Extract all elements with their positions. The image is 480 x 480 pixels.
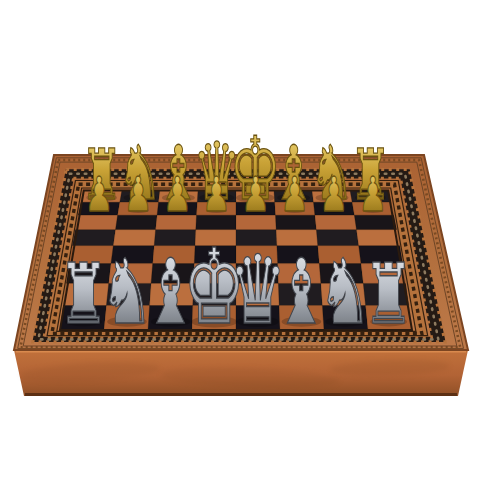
piece-black-pawn-e7[interactable]: ♟ <box>241 167 270 223</box>
piece-glyph: ♟ <box>319 167 348 223</box>
piece-black-pawn-h7[interactable]: ♟ <box>359 167 388 223</box>
piece-black-pawn-b7[interactable]: ♟ <box>124 167 153 223</box>
piece-glyph: ♟ <box>202 167 231 223</box>
piece-white-rook-h1[interactable]: ♜ <box>364 245 414 343</box>
piece-glyph: ♟ <box>124 167 153 223</box>
piece-black-pawn-a7[interactable]: ♟ <box>85 167 114 223</box>
piece-glyph: ♟ <box>359 167 388 223</box>
piece-glyph: ♟ <box>85 167 114 223</box>
chess-set-photo: ♜♞♝♛♚♝♞♜♟♟♟♟♟♟♟♟♜♞♝♚♛♝♞♜ <box>0 0 480 480</box>
piece-glyph: ♟ <box>241 167 270 223</box>
chess-scene: ♜♞♝♛♚♝♞♜♟♟♟♟♟♟♟♟♜♞♝♚♛♝♞♜ <box>0 0 480 480</box>
piece-black-pawn-f7[interactable]: ♟ <box>280 167 309 223</box>
piece-glyph: ♟ <box>163 167 192 223</box>
piece-black-pawn-c7[interactable]: ♟ <box>163 167 192 223</box>
piece-glyph: ♟ <box>280 167 309 223</box>
piece-black-pawn-g7[interactable]: ♟ <box>319 167 348 223</box>
piece-black-pawn-d7[interactable]: ♟ <box>202 167 231 223</box>
piece-glyph: ♜ <box>364 245 414 343</box>
